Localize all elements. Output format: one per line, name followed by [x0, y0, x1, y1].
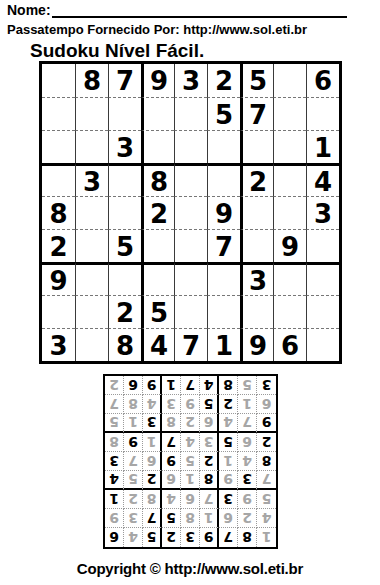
puzzle-cell-r7c9[interactable]: [306, 262, 339, 295]
solution-cell-r8c3: 2: [219, 395, 238, 414]
solution-cell-r5c6: 9: [162, 452, 181, 471]
solution-cell-r6c3: 5: [219, 433, 238, 452]
name-label: Nome:: [7, 3, 51, 18]
solution-cell-r5c9: 3: [105, 452, 124, 471]
puzzle-cell-r6c4[interactable]: [141, 229, 174, 262]
solution-cell-r5c3: 1: [219, 452, 238, 471]
puzzle-cell-r9c7[interactable]: 9: [240, 328, 273, 361]
puzzle-cell-r3c3[interactable]: 3: [108, 130, 141, 163]
puzzle-cell-r5c4[interactable]: 2: [141, 196, 174, 229]
puzzle-cell-r4c4[interactable]: 8: [141, 163, 174, 196]
puzzle-cell-r6c2[interactable]: [75, 229, 108, 262]
puzzle-cell-r9c4[interactable]: 4: [141, 328, 174, 361]
solution-cell-r9c1: 3: [257, 376, 276, 395]
solution-cell-r4c5: 1: [181, 471, 200, 490]
solution-cell-r8c8: 8: [124, 395, 143, 414]
puzzle-cell-r5c2[interactable]: [75, 196, 108, 229]
puzzle-cell-r2c1[interactable]: [42, 97, 75, 130]
solution-cell-r7c4: 6: [200, 414, 219, 433]
solution-cell-r2c1: 4: [257, 509, 276, 528]
puzzle-cell-r1c5[interactable]: 3: [174, 64, 207, 97]
header: Nome: Passatempo Fornecido Por: http://w…: [7, 3, 347, 62]
solution-cell-r8c4: 5: [200, 395, 219, 414]
solution-cell-r6c2: 6: [238, 433, 257, 452]
puzzle-cell-r7c8[interactable]: [273, 262, 306, 295]
solution-cell-r6c8: 9: [124, 433, 143, 452]
solution-cell-r2c2: 2: [238, 509, 257, 528]
puzzle-cell-r2c4[interactable]: [141, 97, 174, 130]
puzzle-cell-r5c6[interactable]: 9: [207, 196, 240, 229]
solution-cell-r2c6: 5: [162, 509, 181, 528]
puzzle-cell-r8c9[interactable]: [306, 295, 339, 328]
copyright-text: Copyright © http://www.sol.eti.br: [0, 560, 380, 577]
solution-cell-r3c2: 9: [238, 490, 257, 509]
name-blank-line: [52, 3, 347, 18]
solution-cell-r1c2: 8: [238, 528, 257, 547]
solution-cell-r5c7: 6: [143, 452, 162, 471]
puzzle-cell-r1c4[interactable]: 9: [141, 64, 174, 97]
solution-cell-r3c9: 1: [105, 490, 124, 509]
puzzle-cell-r8c7[interactable]: [240, 295, 273, 328]
solution-cell-r4c6: 6: [162, 471, 181, 490]
puzzle-cell-r1c7[interactable]: 5: [240, 64, 273, 97]
solution-cell-r3c7: 8: [143, 490, 162, 509]
solution-cell-r6c9: 8: [105, 433, 124, 452]
puzzle-cell-r9c9[interactable]: [306, 328, 339, 361]
puzzle-cell-r3c4[interactable]: [141, 130, 174, 163]
puzzle-cell-r2c2[interactable]: [75, 97, 108, 130]
solution-cell-r8c6: 3: [162, 395, 181, 414]
solution-cell-r3c6: 4: [162, 490, 181, 509]
solution-cell-r2c3: 6: [219, 509, 238, 528]
puzzle-cell-r1c9[interactable]: 6: [306, 64, 339, 97]
puzzle-cell-r4c6[interactable]: [207, 163, 240, 196]
solution-cell-r4c3: 9: [219, 471, 238, 490]
solution-cell-r4c9: 4: [105, 471, 124, 490]
solution-cell-r7c3: 4: [219, 414, 238, 433]
puzzle-cell-r8c5[interactable]: [174, 295, 207, 328]
solution-cell-r9c4: 4: [200, 376, 219, 395]
puzzle-cell-r5c3[interactable]: [108, 196, 141, 229]
puzzle-cell-r3c7[interactable]: [240, 130, 273, 163]
puzzle-cell-r5c8[interactable]: [273, 196, 306, 229]
puzzle-cell-r3c8[interactable]: [273, 130, 306, 163]
puzzle-cell-r4c5[interactable]: [174, 163, 207, 196]
puzzle-cell-r3c9[interactable]: 1: [306, 130, 339, 163]
puzzle-cell-r2c5[interactable]: [174, 97, 207, 130]
solution-cell-r8c5: 9: [181, 395, 200, 414]
solution-cell-r3c5: 6: [181, 490, 200, 509]
solution-cell-r9c9: 2: [105, 376, 124, 395]
puzzle-cell-r3c2[interactable]: [75, 130, 108, 163]
solution-cell-r7c9: 5: [105, 414, 124, 433]
puzzle-cell-r2c3[interactable]: [108, 97, 141, 130]
provider-text: Passatempo Fornecido Por: http://www.sol…: [7, 22, 347, 37]
puzzle-cell-r1c3[interactable]: 7: [108, 64, 141, 97]
puzzle-cell-r4c1[interactable]: [42, 163, 75, 196]
puzzle-cell-r3c1[interactable]: [42, 130, 75, 163]
puzzle-cell-r2c7[interactable]: 7: [240, 97, 273, 130]
puzzle-cell-r1c1[interactable]: [42, 64, 75, 97]
solution-cell-r7c6: 8: [162, 414, 181, 433]
solution-cell-r6c4: 3: [200, 433, 219, 452]
puzzle-cell-r9c1[interactable]: 3: [42, 328, 75, 361]
solution-cell-r5c8: 7: [124, 452, 143, 471]
solution-cell-r2c7: 7: [143, 509, 162, 528]
solution-cell-r6c6: 7: [162, 433, 181, 452]
puzzle-cell-r7c5[interactable]: [174, 262, 207, 295]
solution-cell-r9c2: 5: [238, 376, 257, 395]
solution-cell-r1c7: 5: [143, 528, 162, 547]
puzzle-cell-r6c1[interactable]: 2: [42, 229, 75, 262]
puzzle-cell-r6c8[interactable]: 9: [273, 229, 306, 262]
solution-cell-r9c7: 9: [143, 376, 162, 395]
solution-cell-r6c7: 1: [143, 433, 162, 452]
sudoku-puzzle-grid[interactable]: 8793256573138248293257993253847196: [39, 61, 342, 364]
puzzle-cell-r5c1[interactable]: 8: [42, 196, 75, 229]
solution-cell-r7c7: 3: [143, 414, 162, 433]
puzzle-cell-r6c5[interactable]: [174, 229, 207, 262]
puzzle-cell-r4c2[interactable]: 3: [75, 163, 108, 196]
puzzle-cell-r9c8[interactable]: 6: [273, 328, 306, 361]
puzzle-cell-r4c8[interactable]: [273, 163, 306, 196]
puzzle-cell-r9c6[interactable]: 1: [207, 328, 240, 361]
solution-cell-r1c5: 3: [181, 528, 200, 547]
solution-cell-r7c2: 7: [238, 414, 257, 433]
solution-cell-r8c2: 1: [238, 395, 257, 414]
puzzle-cell-r9c2[interactable]: [75, 328, 108, 361]
puzzle-cell-r1c2[interactable]: 8: [75, 64, 108, 97]
puzzle-cell-r8c8[interactable]: [273, 295, 306, 328]
puzzle-cell-r7c1[interactable]: 9: [42, 262, 75, 295]
solution-cell-r4c7: 2: [143, 471, 162, 490]
puzzle-cell-r2c8[interactable]: [273, 97, 306, 130]
solution-cell-r5c4: 2: [200, 452, 219, 471]
solution-cell-r3c1: 5: [257, 490, 276, 509]
puzzle-cell-r7c6[interactable]: [207, 262, 240, 295]
puzzle-cell-r8c6[interactable]: [207, 295, 240, 328]
puzzle-cell-r8c4[interactable]: 5: [141, 295, 174, 328]
puzzle-cell-r1c8[interactable]: [273, 64, 306, 97]
puzzle-cell-r5c7[interactable]: [240, 196, 273, 229]
puzzle-cell-r4c7[interactable]: 2: [240, 163, 273, 196]
solution-cell-r2c5: 8: [181, 509, 200, 528]
puzzle-cell-r4c9[interactable]: 4: [306, 163, 339, 196]
puzzle-cell-r1c6[interactable]: 2: [207, 64, 240, 97]
solution-cell-r5c2: 4: [238, 452, 257, 471]
solution-cell-r3c8: 2: [124, 490, 143, 509]
solution-cell-r9c5: 7: [181, 376, 200, 395]
puzzle-cell-r8c1[interactable]: [42, 295, 75, 328]
solution-cell-r9c6: 1: [162, 376, 181, 395]
solution-cell-r7c8: 1: [124, 414, 143, 433]
solution-cell-r8c7: 4: [143, 395, 162, 414]
puzzle-cell-r6c6[interactable]: 7: [207, 229, 240, 262]
puzzle-cell-r6c7[interactable]: [240, 229, 273, 262]
solution-cell-r4c4: 8: [200, 471, 219, 490]
sudoku-worksheet-page: Nome: Passatempo Fornecido Por: http://w…: [0, 0, 380, 585]
solution-cell-r3c4: 7: [200, 490, 219, 509]
puzzle-cell-r7c2[interactable]: [75, 262, 108, 295]
puzzle-cell-r3c5[interactable]: [174, 130, 207, 163]
solution-cell-r1c4: 9: [200, 528, 219, 547]
puzzle-cell-r2c6[interactable]: 5: [207, 97, 240, 130]
puzzle-cell-r7c4[interactable]: [141, 262, 174, 295]
puzzle-cell-r8c2[interactable]: [75, 295, 108, 328]
solution-cell-r1c9: 6: [105, 528, 124, 547]
puzzle-cell-r2c9[interactable]: [306, 97, 339, 130]
solution-cell-r8c1: 6: [257, 395, 276, 414]
solution-cell-r2c9: 9: [105, 509, 124, 528]
solution-cell-r2c8: 3: [124, 509, 143, 528]
puzzle-cell-r5c9[interactable]: 3: [306, 196, 339, 229]
puzzle-cell-r3c6[interactable]: [207, 130, 240, 163]
puzzle-cell-r7c3[interactable]: [108, 262, 141, 295]
puzzle-cell-r8c3[interactable]: 2: [108, 295, 141, 328]
solution-cell-r4c1: 7: [257, 471, 276, 490]
puzzle-cell-r9c3[interactable]: 8: [108, 328, 141, 361]
solution-cell-r6c5: 4: [181, 433, 200, 452]
solution-cell-r4c8: 5: [124, 471, 143, 490]
puzzle-cell-r4c3[interactable]: [108, 163, 141, 196]
solution-cell-r5c1: 8: [257, 452, 276, 471]
sudoku-solution-grid-rotated: 1879325464261857395937648217398162548412…: [103, 374, 278, 549]
name-row: Nome:: [7, 3, 347, 18]
puzzle-cell-r6c9[interactable]: [306, 229, 339, 262]
solution-cell-r1c6: 2: [162, 528, 181, 547]
puzzle-cell-r6c3[interactable]: 5: [108, 229, 141, 262]
solution-cell-r1c3: 7: [219, 528, 238, 547]
solution-cell-r8c9: 7: [105, 395, 124, 414]
puzzle-cell-r9c5[interactable]: 7: [174, 328, 207, 361]
solution-cell-r4c2: 3: [238, 471, 257, 490]
solution-cell-r2c4: 1: [200, 509, 219, 528]
solution-cell-r3c3: 3: [219, 490, 238, 509]
solution-cell-r9c8: 6: [124, 376, 143, 395]
page-title: Sudoku Nível Fácil.: [30, 40, 347, 62]
solution-cell-r7c5: 2: [181, 414, 200, 433]
solution-cell-r1c1: 1: [257, 528, 276, 547]
solution-cell-r1c8: 4: [124, 528, 143, 547]
puzzle-cell-r7c7[interactable]: 3: [240, 262, 273, 295]
solution-cell-r5c5: 5: [181, 452, 200, 471]
solution-cell-r9c3: 8: [219, 376, 238, 395]
solution-cell-r6c1: 2: [257, 433, 276, 452]
solution-cell-r7c1: 9: [257, 414, 276, 433]
puzzle-cell-r5c5[interactable]: [174, 196, 207, 229]
